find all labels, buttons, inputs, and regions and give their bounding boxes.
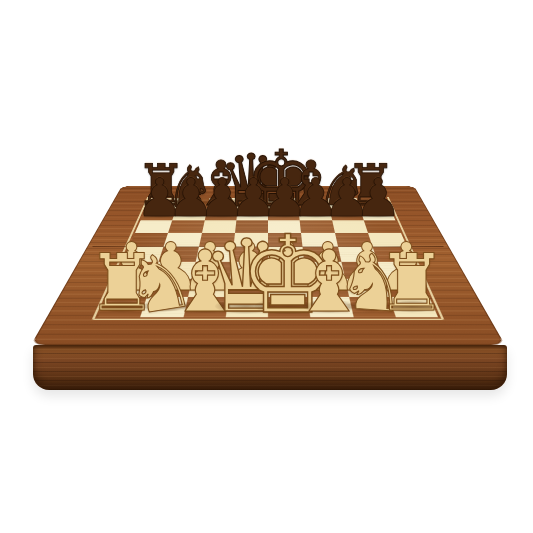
black-pawn-glyph: ♟ — [354, 172, 401, 225]
chess-set-photo: ♜♞♝♛♚♝♞♜♟♟♟♟♟♟♟♟♟♟♟♟♟♟♟♟♜♞♝♛♚♝♞♜ — [0, 0, 533, 533]
board-side-face — [33, 345, 507, 390]
white-rook-glyph: ♜ — [376, 244, 447, 323]
